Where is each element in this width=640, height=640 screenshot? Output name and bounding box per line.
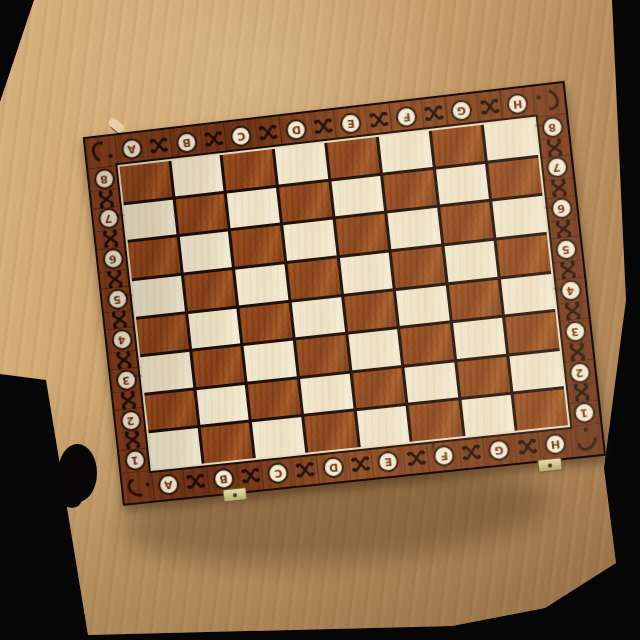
square-h2[interactable] — [510, 351, 564, 392]
border-label-cell: 3‖ — [110, 366, 142, 393]
file-label-f: F — [432, 444, 455, 467]
label-glyph: E — [347, 117, 356, 129]
border-label-cell: 7‖ — [92, 205, 124, 232]
label-glyph: H — [512, 97, 522, 109]
border-label-cell: 6 — [97, 246, 129, 273]
burn-tick-mark: ‖ — [553, 287, 562, 292]
border-label-cell: H — [499, 87, 535, 121]
file-label-h: H — [544, 432, 567, 455]
label-glyph: 2 — [575, 366, 584, 378]
square-e2[interactable] — [352, 368, 405, 409]
border-label-cell: H — [537, 427, 573, 461]
border-label-cell: A — [114, 132, 149, 165]
square-c8[interactable] — [223, 149, 276, 190]
square-g1[interactable] — [461, 395, 515, 436]
square-e1[interactable] — [356, 406, 409, 447]
cross-flourish-icon — [366, 103, 392, 135]
label-glyph: B — [182, 136, 191, 148]
square-a3[interactable] — [140, 352, 193, 392]
square-h3[interactable] — [506, 312, 560, 353]
square-g2[interactable] — [457, 356, 511, 397]
square-d6[interactable] — [283, 220, 336, 261]
square-c7[interactable] — [227, 188, 280, 229]
square-d3[interactable] — [296, 335, 349, 376]
square-h1[interactable] — [514, 389, 568, 430]
rank-label-5: 5 — [106, 288, 129, 311]
rank-label-4: 4 — [110, 328, 133, 351]
rank-label-6: 6 — [101, 248, 124, 271]
file-label-e: E — [339, 111, 362, 134]
border-label-cell: C — [223, 119, 259, 152]
square-h4[interactable] — [501, 273, 555, 314]
cross-flourish-icon — [403, 442, 429, 474]
label-glyph: G — [457, 104, 467, 116]
file-label-g: G — [450, 98, 473, 121]
label-glyph: C — [236, 130, 245, 142]
square-g3[interactable] — [453, 318, 507, 359]
label-glyph: D — [328, 461, 338, 473]
label-glyph: 7 — [552, 162, 561, 174]
label-glyph: A — [127, 143, 137, 155]
burn-tick-mark: ‖ — [133, 374, 142, 379]
square-b2[interactable] — [196, 385, 249, 426]
square-d2[interactable] — [300, 373, 353, 414]
border-label-cell: D — [315, 450, 351, 483]
border-label-cell: 8‖ — [536, 113, 569, 141]
cross-flourish-icon — [348, 448, 374, 480]
file-label-h: H — [506, 92, 529, 115]
rank-label-5: 5 — [554, 238, 578, 261]
border-label-cell: A — [151, 468, 186, 501]
square-a7[interactable] — [124, 199, 176, 240]
file-label-c: C — [229, 124, 252, 147]
label-glyph: 8 — [100, 173, 109, 185]
square-e3[interactable] — [348, 329, 401, 370]
label-glyph: 6 — [557, 203, 566, 215]
rank-label-2: 2 — [119, 409, 142, 432]
square-f1[interactable] — [409, 401, 463, 442]
label-glyph: H — [550, 438, 561, 450]
square-a4[interactable] — [136, 314, 188, 355]
square-d5[interactable] — [287, 258, 340, 299]
square-e4[interactable] — [344, 291, 397, 332]
square-f6[interactable] — [387, 208, 440, 249]
border-label-cell: 8 — [88, 165, 120, 192]
border-label-cell: G — [444, 93, 480, 127]
border-label-cell: 4 — [106, 326, 138, 353]
burn-tick-mark: ‖ — [544, 205, 553, 210]
border-label-cell: E — [333, 106, 369, 140]
label-glyph: F — [439, 450, 448, 462]
square-a5[interactable] — [132, 276, 184, 317]
square-a6[interactable] — [128, 238, 180, 279]
cross-flourish-icon — [255, 116, 281, 148]
square-e8[interactable] — [327, 137, 380, 178]
square-b1[interactable] — [200, 423, 253, 463]
square-h5[interactable] — [497, 235, 551, 276]
cross-flourish-icon — [183, 465, 209, 497]
square-e7[interactable] — [331, 176, 384, 217]
rank-label-3: 3 — [563, 320, 587, 343]
square-c6[interactable] — [231, 226, 284, 267]
square-a2[interactable] — [145, 390, 198, 430]
border-label-cell: C — [260, 456, 296, 489]
square-h7[interactable] — [488, 157, 542, 198]
label-glyph: D — [291, 123, 301, 135]
border-label-cell: F — [388, 100, 424, 134]
square-d1[interactable] — [304, 412, 357, 453]
label-glyph: 4 — [566, 285, 575, 297]
chess-board: AB‖CDEFGH ABCDEF‖GH 87‖65‖43‖21 8‖76‖54‖… — [83, 81, 606, 506]
square-f8[interactable] — [379, 131, 432, 172]
square-d7[interactable] — [279, 182, 332, 223]
square-f2[interactable] — [404, 362, 457, 403]
label-glyph: 8 — [548, 121, 557, 133]
border-label-cell: 2 — [563, 358, 596, 386]
label-glyph: 3 — [122, 374, 131, 386]
burn-tick-mark: ‖ — [176, 149, 181, 158]
border-label-cell: 3 — [558, 318, 591, 346]
square-a1[interactable] — [149, 428, 202, 468]
border-label-cell: 1 — [119, 447, 151, 474]
square-e6[interactable] — [335, 214, 388, 255]
cross-flourish-icon — [514, 430, 540, 462]
rank-label-3: 3 — [115, 369, 138, 392]
border-label-cell: 4‖ — [554, 277, 587, 305]
square-e5[interactable] — [339, 252, 392, 293]
border-label-cell: 2 — [114, 407, 146, 434]
border-label-cell: B‖ — [169, 125, 204, 158]
cross-flourish-icon — [310, 110, 336, 142]
square-b8[interactable] — [171, 155, 224, 196]
border-label-cell: 1 — [568, 399, 601, 427]
label-glyph: C — [273, 467, 282, 479]
file-label-e: E — [377, 450, 400, 473]
label-glyph: F — [402, 111, 411, 123]
board-border-frame: AB‖CDEFGH ABCDEF‖GH 87‖65‖43‖21 8‖76‖54‖… — [83, 81, 606, 506]
photo-scene: AB‖CDEFGH ABCDEF‖GH 87‖65‖43‖21 8‖76‖54‖… — [0, 0, 640, 640]
square-b6[interactable] — [179, 232, 232, 273]
border-label-cell: 7 — [540, 154, 573, 182]
square-g7[interactable] — [436, 164, 490, 205]
label-glyph: 1 — [580, 407, 589, 419]
label-glyph: 3 — [570, 325, 579, 337]
label-glyph: 5 — [113, 294, 122, 306]
burn-tick-mark: ‖ — [431, 441, 436, 450]
file-label-d: D — [321, 455, 344, 478]
brass-hinge — [222, 487, 247, 502]
rank-label-7: 7 — [545, 156, 568, 179]
label-glyph: 7 — [104, 213, 113, 225]
square-f7[interactable] — [383, 170, 436, 211]
rank-label-1: 1 — [123, 449, 146, 472]
square-d4[interactable] — [292, 297, 345, 338]
rank-label-7: 7 — [97, 207, 120, 230]
rank-label-2: 2 — [568, 361, 592, 384]
label-glyph: 1 — [130, 455, 139, 467]
square-c1[interactable] — [252, 417, 305, 458]
square-h8[interactable] — [484, 119, 538, 160]
cross-flourish-icon — [146, 129, 172, 161]
label-glyph: B — [218, 473, 227, 485]
border-label-cell: G — [481, 433, 517, 466]
square-g6[interactable] — [440, 202, 494, 243]
square-c4[interactable] — [240, 302, 293, 343]
cross-flourish-icon — [421, 97, 447, 130]
file-label-a: A — [120, 137, 143, 160]
brass-hinge — [537, 457, 563, 473]
label-glyph: 4 — [117, 334, 126, 346]
square-b5[interactable] — [184, 270, 237, 311]
square-c2[interactable] — [248, 379, 301, 420]
label-glyph: 5 — [561, 244, 570, 256]
square-f3[interactable] — [400, 324, 453, 365]
border-label-cell: E — [370, 445, 406, 478]
border-label-cell: 5 — [549, 236, 582, 264]
border-label-cell: 6‖ — [545, 195, 578, 223]
square-b4[interactable] — [188, 308, 241, 349]
square-g4[interactable] — [449, 279, 503, 320]
label-glyph: 2 — [126, 414, 135, 426]
file-label-c: C — [266, 461, 289, 484]
corner-flourish-icon — [121, 471, 154, 504]
square-b7[interactable] — [175, 193, 228, 234]
board-grid — [117, 117, 570, 471]
cross-flourish-icon — [201, 123, 227, 155]
square-c3[interactable] — [244, 341, 297, 382]
square-g8[interactable] — [431, 125, 485, 166]
label-glyph: E — [384, 455, 393, 467]
file-label-d: D — [284, 118, 307, 141]
square-g5[interactable] — [444, 241, 498, 282]
file-label-a: A — [157, 473, 180, 496]
square-f4[interactable] — [396, 285, 449, 326]
file-label-b: B — [212, 467, 235, 490]
square-f5[interactable] — [392, 247, 445, 288]
corner-flourish-icon — [570, 424, 604, 457]
burn-tick-mark: ‖ — [115, 213, 124, 218]
border-label-cell: D — [278, 113, 314, 147]
cross-flourish-icon — [459, 436, 485, 468]
corner-flourish-icon — [532, 83, 566, 117]
label-glyph: A — [164, 478, 174, 490]
corner-flourish-icon — [85, 136, 118, 169]
file-label-g: G — [488, 438, 511, 461]
square-c5[interactable] — [235, 264, 288, 305]
burn-tick-mark: ‖ — [535, 123, 544, 128]
border-label-cell: F‖ — [426, 439, 462, 472]
square-a8[interactable] — [120, 161, 172, 202]
cross-flourish-icon — [293, 454, 319, 486]
file-label-f: F — [395, 105, 418, 128]
square-b3[interactable] — [192, 346, 245, 387]
label-glyph: 6 — [108, 253, 117, 265]
square-h6[interactable] — [493, 196, 547, 237]
label-glyph: G — [494, 444, 504, 456]
border-label-cell: 5‖ — [101, 286, 133, 313]
rank-label-8: 8 — [93, 167, 116, 190]
square-d8[interactable] — [275, 143, 328, 184]
cross-flourish-icon — [477, 90, 503, 123]
rank-label-1: 1 — [572, 402, 596, 425]
black-knob-tip — [62, 489, 82, 508]
